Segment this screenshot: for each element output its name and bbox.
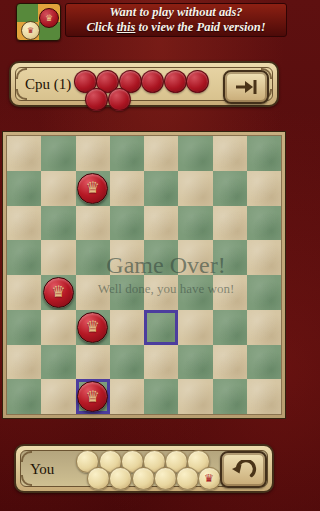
ad-text-link[interactable]: Want to play without ads? Click this to … bbox=[65, 3, 287, 37]
square-r0c5[interactable] bbox=[178, 136, 212, 171]
square-r3c0[interactable] bbox=[7, 240, 41, 275]
square-r7c0[interactable] bbox=[7, 379, 41, 414]
red-king-piece[interactable]: ♛ bbox=[77, 381, 108, 412]
skip-to-end-icon bbox=[234, 78, 258, 96]
red-king-piece[interactable]: ♛ bbox=[43, 277, 74, 308]
square-r1c7[interactable] bbox=[247, 171, 281, 206]
square-r4c1[interactable]: ♛ bbox=[41, 275, 75, 310]
square-r1c4[interactable] bbox=[144, 171, 178, 206]
square-r6c4[interactable] bbox=[144, 345, 178, 380]
square-r5c6[interactable] bbox=[213, 310, 247, 345]
square-r6c0[interactable] bbox=[7, 345, 41, 380]
square-r4c7[interactable] bbox=[247, 275, 281, 310]
square-r0c1[interactable] bbox=[41, 136, 75, 171]
captured-piece bbox=[164, 70, 187, 93]
square-r2c7[interactable] bbox=[247, 206, 281, 241]
captured-piece bbox=[154, 467, 177, 490]
captured-piece bbox=[109, 467, 132, 490]
crown-icon: ♛ bbox=[85, 389, 99, 405]
square-r1c1[interactable] bbox=[41, 171, 75, 206]
captured-piece bbox=[87, 467, 110, 490]
square-r5c4[interactable] bbox=[144, 310, 178, 345]
square-r5c5[interactable] bbox=[178, 310, 212, 345]
ad-line-1: Want to play without ads? bbox=[66, 5, 286, 20]
square-r7c2[interactable]: ♛ bbox=[76, 379, 110, 414]
square-r4c5[interactable] bbox=[178, 275, 212, 310]
cream-checker-icon: ♛ bbox=[21, 21, 40, 40]
captured-piece bbox=[141, 70, 164, 93]
square-r1c0[interactable] bbox=[7, 171, 41, 206]
square-r3c6[interactable] bbox=[213, 240, 247, 275]
square-r4c0[interactable] bbox=[7, 275, 41, 310]
square-r2c3[interactable] bbox=[110, 206, 144, 241]
captured-piece bbox=[176, 467, 199, 490]
ad-line-2: Click this to view the Paid version! bbox=[66, 20, 286, 35]
square-r0c3[interactable] bbox=[110, 136, 144, 171]
square-r4c2[interactable] bbox=[76, 275, 110, 310]
crown-icon: ♛ bbox=[85, 319, 99, 335]
square-r7c5[interactable] bbox=[178, 379, 212, 414]
square-r7c1[interactable] bbox=[41, 379, 75, 414]
square-r0c7[interactable] bbox=[247, 136, 281, 171]
crown-icon: ♛ bbox=[85, 180, 99, 196]
square-r5c2[interactable]: ♛ bbox=[76, 310, 110, 345]
square-r2c6[interactable] bbox=[213, 206, 247, 241]
square-r4c6[interactable] bbox=[213, 275, 247, 310]
square-r4c4[interactable] bbox=[144, 275, 178, 310]
you-tray: You ♛ bbox=[14, 444, 274, 493]
captured-piece bbox=[108, 88, 131, 111]
square-r3c5[interactable] bbox=[178, 240, 212, 275]
ad-this-link[interactable]: this bbox=[117, 20, 136, 34]
square-r1c2[interactable]: ♛ bbox=[76, 171, 110, 206]
square-r4c3[interactable] bbox=[110, 275, 144, 310]
square-r1c3[interactable] bbox=[110, 171, 144, 206]
square-r5c7[interactable] bbox=[247, 310, 281, 345]
square-r3c1[interactable] bbox=[41, 240, 75, 275]
captured-piece bbox=[85, 88, 108, 111]
square-r7c7[interactable] bbox=[247, 379, 281, 414]
square-r6c3[interactable] bbox=[110, 345, 144, 380]
square-r6c1[interactable] bbox=[41, 345, 75, 380]
square-r5c1[interactable] bbox=[41, 310, 75, 345]
square-r3c4[interactable] bbox=[144, 240, 178, 275]
square-r2c2[interactable] bbox=[76, 206, 110, 241]
captured-piece bbox=[132, 467, 155, 490]
square-r7c4[interactable] bbox=[144, 379, 178, 414]
square-r6c2[interactable] bbox=[76, 345, 110, 380]
square-r2c5[interactable] bbox=[178, 206, 212, 241]
square-r0c6[interactable] bbox=[213, 136, 247, 171]
crown-icon: ♛ bbox=[45, 14, 53, 23]
square-r6c6[interactable] bbox=[213, 345, 247, 380]
crown-icon: ♛ bbox=[204, 473, 214, 484]
square-r7c3[interactable] bbox=[110, 379, 144, 414]
square-r3c2[interactable] bbox=[76, 240, 110, 275]
square-r6c5[interactable] bbox=[178, 345, 212, 380]
skip-button[interactable] bbox=[223, 70, 269, 104]
square-r0c0[interactable] bbox=[7, 136, 41, 171]
cpu-tray: Cpu (1) bbox=[9, 61, 279, 107]
square-r0c4[interactable] bbox=[144, 136, 178, 171]
square-r2c0[interactable] bbox=[7, 206, 41, 241]
captured-piece: ♛ bbox=[198, 467, 221, 490]
red-king-piece[interactable]: ♛ bbox=[77, 312, 108, 343]
square-r5c3[interactable] bbox=[110, 310, 144, 345]
square-r3c7[interactable] bbox=[247, 240, 281, 275]
checkers-app-icon[interactable]: ♛ ♛ bbox=[16, 3, 61, 41]
square-r1c5[interactable] bbox=[178, 171, 212, 206]
crown-icon: ♛ bbox=[51, 284, 65, 300]
square-r7c6[interactable] bbox=[213, 379, 247, 414]
undo-icon bbox=[231, 460, 257, 480]
square-r1c6[interactable] bbox=[213, 171, 247, 206]
undo-button[interactable] bbox=[220, 451, 267, 488]
board-grid: ♛♛♛♛ bbox=[7, 136, 281, 414]
square-r6c7[interactable] bbox=[247, 345, 281, 380]
red-checker-icon: ♛ bbox=[39, 8, 59, 28]
square-r0c2[interactable] bbox=[76, 136, 110, 171]
square-r2c4[interactable] bbox=[144, 206, 178, 241]
red-king-piece[interactable]: ♛ bbox=[77, 173, 108, 204]
square-r2c1[interactable] bbox=[41, 206, 75, 241]
square-r5c0[interactable] bbox=[7, 310, 41, 345]
checkers-board: ♛♛♛♛ bbox=[2, 131, 286, 419]
square-r3c3[interactable] bbox=[110, 240, 144, 275]
captured-piece bbox=[186, 70, 209, 93]
crown-icon: ♛ bbox=[27, 27, 34, 35]
